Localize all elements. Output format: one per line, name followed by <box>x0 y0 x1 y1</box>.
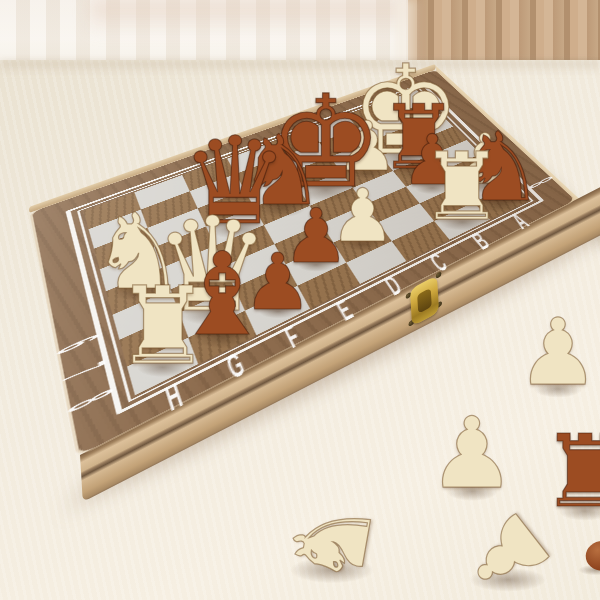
file-label-e: E <box>331 295 356 326</box>
wall-tint <box>90 0 420 34</box>
tan-pleated-curtain <box>408 0 600 66</box>
file-label-g: G <box>222 347 248 384</box>
rank-label-right-8: 8 <box>523 173 558 191</box>
curtain-edge-fade <box>396 0 422 66</box>
photo-stage: HGFEDCBA6788 ♜♝♟♜♞♛♟♟♟♟♞♜♛♞♚♟♚♟♟♜♞♟ <box>0 0 600 600</box>
file-label-h: H <box>161 378 185 418</box>
file-label-f: F <box>280 321 304 354</box>
clasp-plate <box>410 275 439 326</box>
